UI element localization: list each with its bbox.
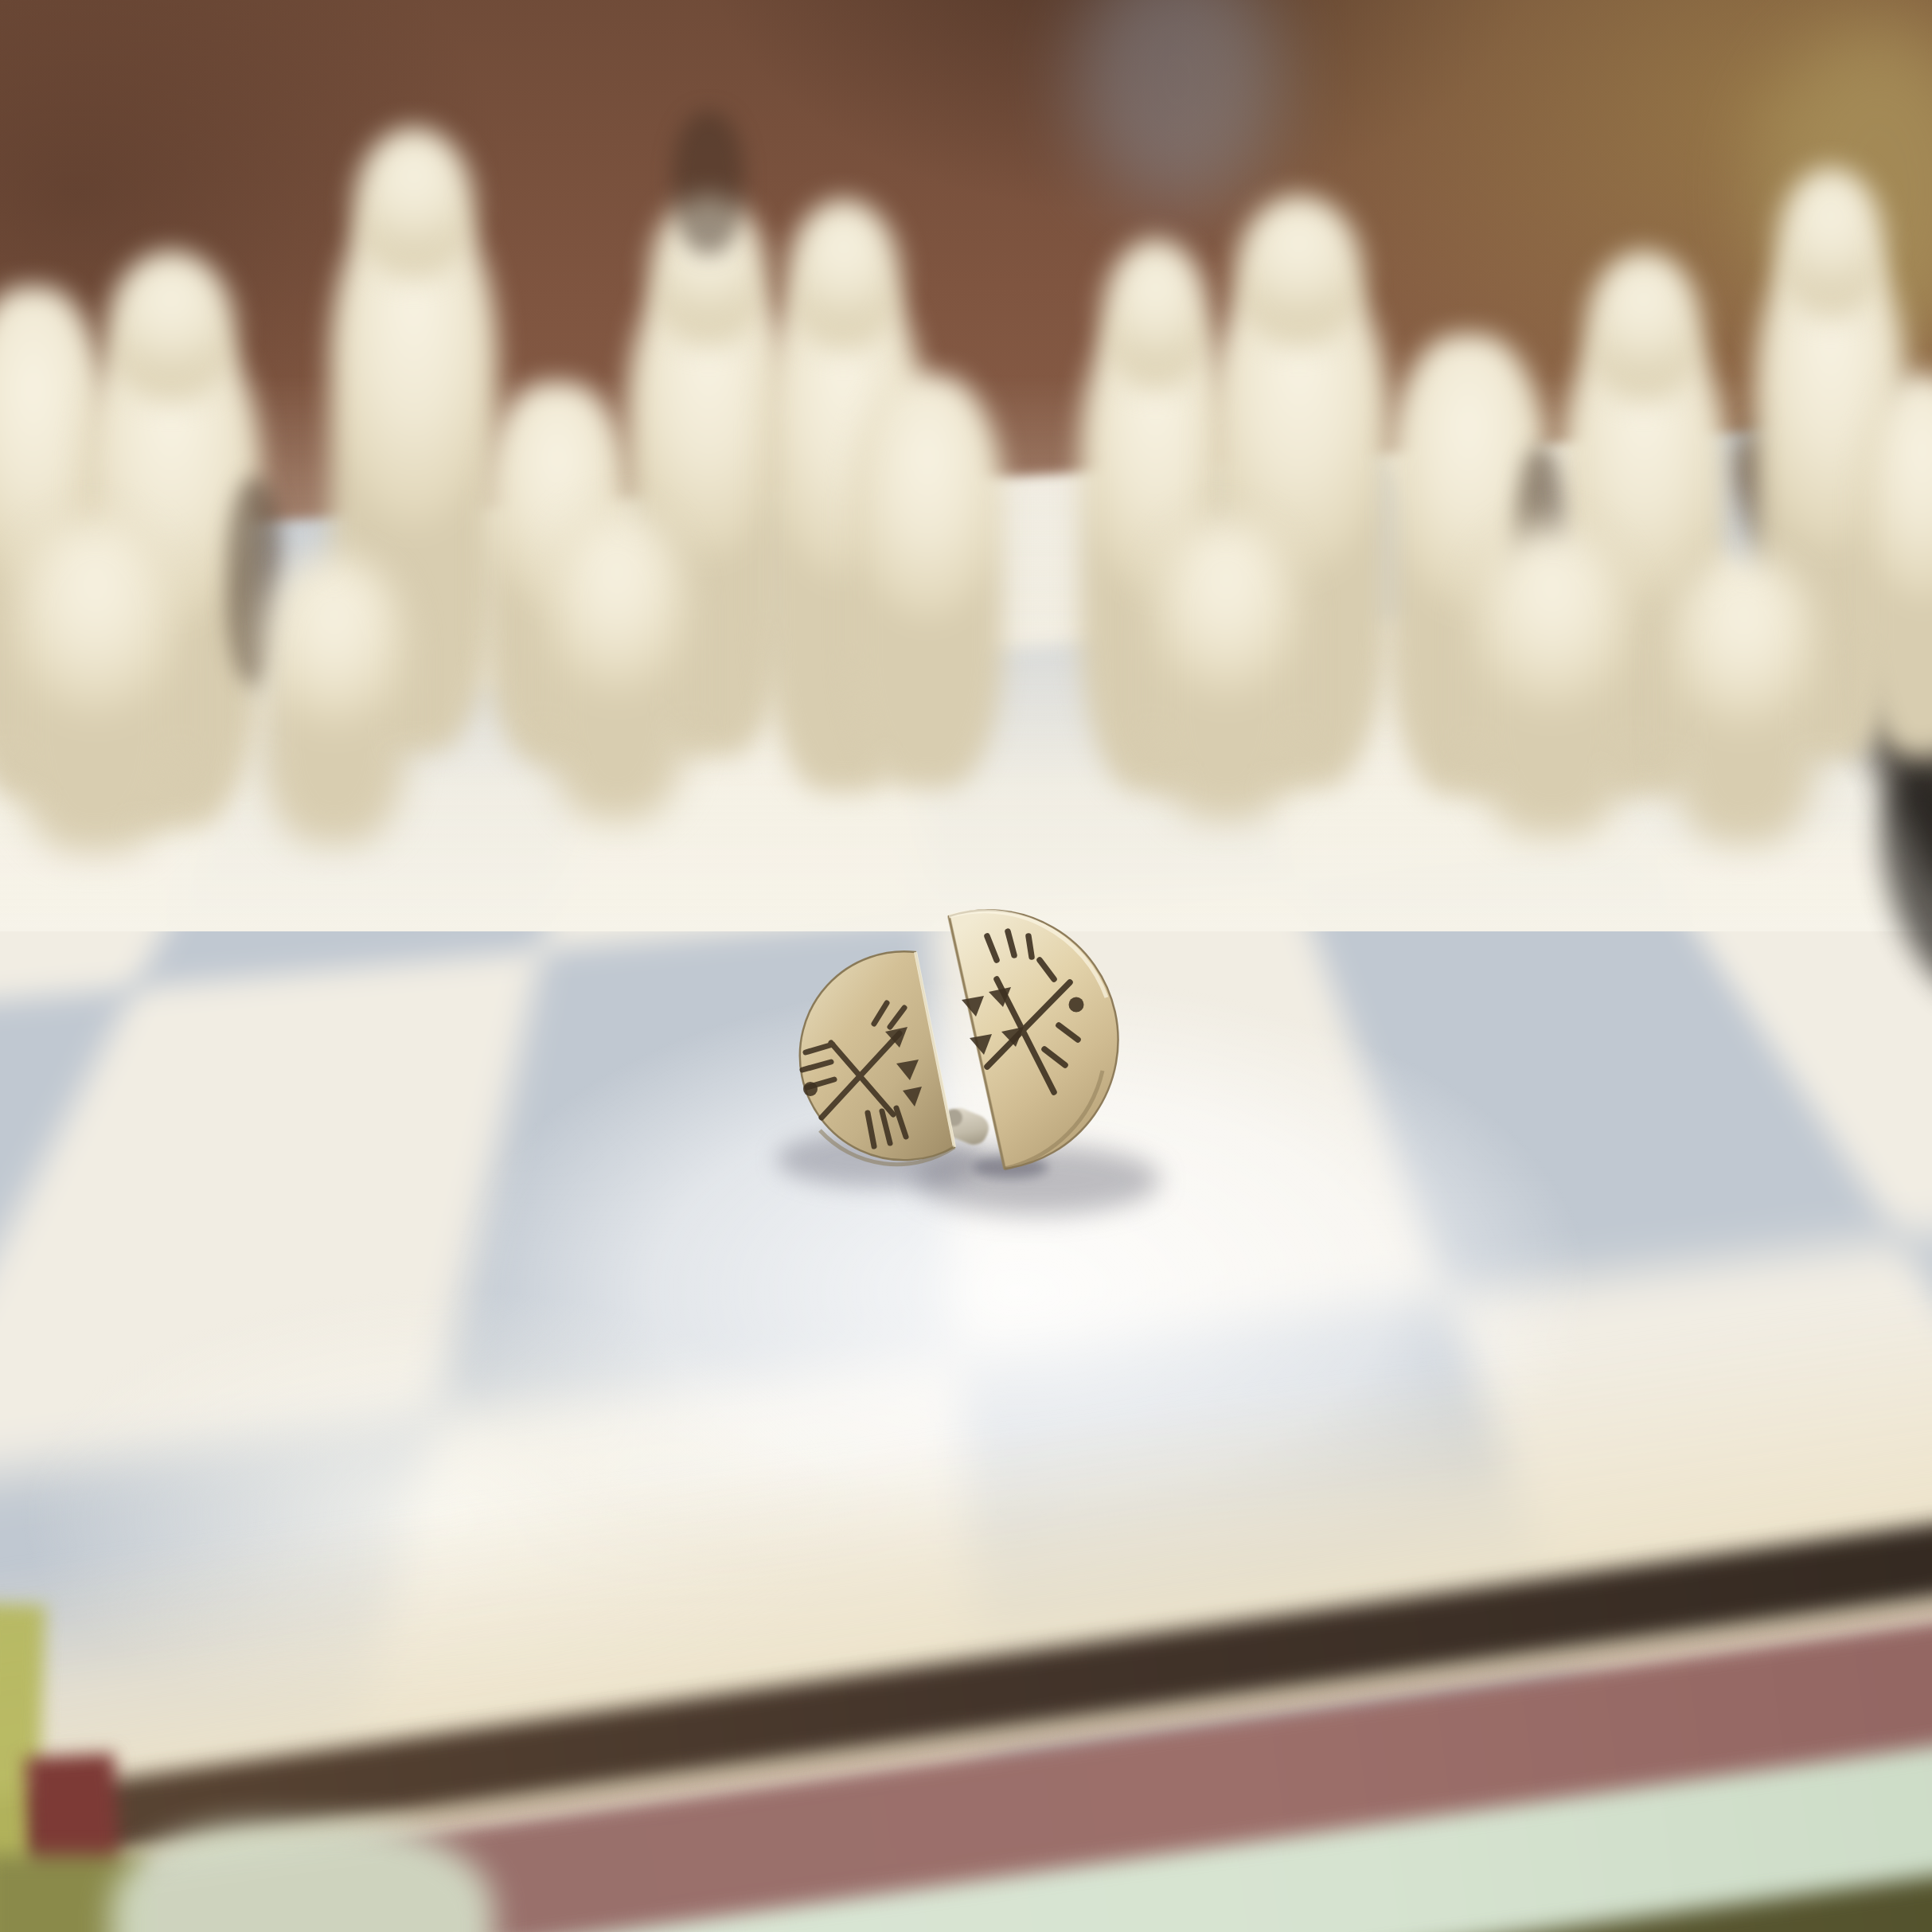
left-earring <box>800 951 954 1164</box>
chess-piece-blurred <box>1670 557 1817 844</box>
chess-piece-head-blurred <box>353 127 474 279</box>
piece-gap-shadow <box>673 111 744 255</box>
chess-piece-blurred <box>12 517 179 852</box>
chess-piece-blurred <box>1473 525 1632 836</box>
chess-piece-blurred <box>545 509 689 820</box>
chess-piece-blurred <box>852 374 1003 788</box>
photo-scene <box>0 0 1932 1932</box>
chess-piece-blurred <box>1863 374 1932 756</box>
chess-piece-blurred <box>1153 517 1300 820</box>
chess-piece-blurred <box>263 557 406 844</box>
